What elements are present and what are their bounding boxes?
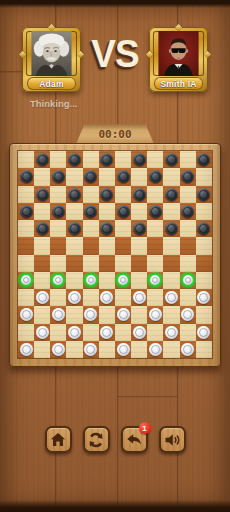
- board-cell: [66, 168, 82, 185]
- board-cell: [83, 151, 99, 168]
- white-piece[interactable]: [149, 343, 162, 356]
- board-cell[interactable]: [147, 203, 163, 220]
- board-cell[interactable]: [180, 306, 196, 323]
- white-piece[interactable]: [100, 291, 113, 304]
- board-cell: [83, 220, 99, 237]
- undo-icon: [126, 432, 142, 448]
- black-piece[interactable]: [84, 170, 97, 183]
- board-cell: [18, 324, 34, 341]
- board-cell[interactable]: [99, 220, 115, 237]
- black-piece[interactable]: [68, 153, 81, 166]
- black-piece[interactable]: [100, 153, 113, 166]
- board-cell: [180, 324, 196, 341]
- black-piece[interactable]: [165, 222, 178, 235]
- white-piece[interactable]: [84, 308, 97, 321]
- white-piece[interactable]: [84, 343, 97, 356]
- agent-smith-avatar-image: [153, 31, 204, 76]
- white-piece[interactable]: [133, 326, 146, 339]
- black-piece[interactable]: [133, 188, 146, 201]
- board-cell[interactable]: [163, 255, 179, 272]
- board-cell[interactable]: [180, 203, 196, 220]
- sound-icon: [164, 432, 180, 448]
- board-cell[interactable]: [66, 186, 82, 203]
- board-cell: [196, 272, 212, 289]
- board-cell: [147, 255, 163, 272]
- white-piece-highlighted[interactable]: [19, 273, 33, 287]
- board-cell[interactable]: [163, 151, 179, 168]
- checkers-board[interactable]: [18, 151, 212, 358]
- board-cell[interactable]: [50, 168, 66, 185]
- black-piece[interactable]: [165, 188, 178, 201]
- board-cell[interactable]: [18, 341, 34, 358]
- white-piece[interactable]: [117, 343, 130, 356]
- black-piece[interactable]: [149, 170, 162, 183]
- checkers-board-frame: [9, 143, 221, 367]
- board-cell: [115, 324, 131, 341]
- black-piece[interactable]: [181, 205, 194, 218]
- board-cell[interactable]: [66, 289, 82, 306]
- board-cell: [99, 306, 115, 323]
- black-piece[interactable]: [197, 188, 210, 201]
- board-cell: [115, 255, 131, 272]
- board-cell[interactable]: [131, 255, 147, 272]
- black-piece[interactable]: [68, 222, 81, 235]
- board-cell[interactable]: [163, 220, 179, 237]
- board-cell: [147, 186, 163, 203]
- board-cell: [34, 341, 50, 358]
- board-cell: [34, 237, 50, 254]
- white-piece[interactable]: [52, 308, 65, 321]
- board-cell[interactable]: [131, 289, 147, 306]
- board-cell[interactable]: [147, 237, 163, 254]
- white-piece-highlighted[interactable]: [148, 273, 162, 287]
- board-cell: [99, 203, 115, 220]
- sound-button[interactable]: [159, 426, 186, 453]
- white-piece[interactable]: [133, 291, 146, 304]
- board-cell[interactable]: [83, 341, 99, 358]
- frame-stud: [175, 24, 182, 31]
- restart-button[interactable]: [83, 426, 110, 453]
- board-cell[interactable]: [18, 272, 34, 289]
- board-cell[interactable]: [83, 272, 99, 289]
- frame-stud: [146, 50, 153, 57]
- thinking-status: Thinking...: [30, 98, 78, 109]
- board-cell: [83, 186, 99, 203]
- white-piece[interactable]: [181, 343, 194, 356]
- board-cell: [115, 186, 131, 203]
- restart-icon: [88, 432, 104, 448]
- board-cell: [34, 168, 50, 185]
- white-piece-highlighted[interactable]: [116, 273, 130, 287]
- board-cell: [18, 220, 34, 237]
- white-piece[interactable]: [36, 326, 49, 339]
- white-piece[interactable]: [197, 291, 210, 304]
- board-cell[interactable]: [147, 272, 163, 289]
- board-cell[interactable]: [18, 203, 34, 220]
- black-piece[interactable]: [133, 153, 146, 166]
- board-cell[interactable]: [99, 324, 115, 341]
- board-cell[interactable]: [180, 237, 196, 254]
- board-cell[interactable]: [196, 289, 212, 306]
- board-cell[interactable]: [50, 203, 66, 220]
- board-cell: [83, 324, 99, 341]
- bottom-toolbar: 1: [0, 426, 230, 453]
- board-cell: [115, 151, 131, 168]
- board-cell: [50, 324, 66, 341]
- board-cell: [147, 289, 163, 306]
- board-cell: [34, 203, 50, 220]
- top-shade: [0, 0, 230, 8]
- bottom-shade: [0, 500, 230, 512]
- home-icon: [50, 432, 66, 448]
- white-piece[interactable]: [68, 291, 81, 304]
- board-cell: [180, 220, 196, 237]
- board-cell[interactable]: [18, 237, 34, 254]
- board-cell: [66, 272, 82, 289]
- white-piece[interactable]: [165, 326, 178, 339]
- board-cell[interactable]: [163, 186, 179, 203]
- board-cell[interactable]: [180, 341, 196, 358]
- board-cell: [196, 237, 212, 254]
- board-cell[interactable]: [115, 272, 131, 289]
- board-cell: [131, 272, 147, 289]
- board-cell[interactable]: [115, 237, 131, 254]
- game-screen: Adam VS: [0, 0, 230, 512]
- board-cell: [131, 203, 147, 220]
- board-cell: [50, 289, 66, 306]
- board-cell[interactable]: [115, 168, 131, 185]
- board-cell: [83, 255, 99, 272]
- black-piece[interactable]: [149, 205, 162, 218]
- board-cell: [131, 168, 147, 185]
- board-cell: [163, 341, 179, 358]
- board-cell: [50, 255, 66, 272]
- black-piece[interactable]: [133, 222, 146, 235]
- board-cell[interactable]: [131, 151, 147, 168]
- board-cell[interactable]: [131, 324, 147, 341]
- board-cell[interactable]: [50, 272, 66, 289]
- board-cell: [34, 306, 50, 323]
- board-cell: [99, 168, 115, 185]
- black-piece[interactable]: [100, 222, 113, 235]
- board-cell: [196, 203, 212, 220]
- board-cell: [115, 289, 131, 306]
- board-cell[interactable]: [83, 306, 99, 323]
- board-cell[interactable]: [147, 306, 163, 323]
- board-cell: [196, 341, 212, 358]
- board-cell[interactable]: [66, 220, 82, 237]
- board-cell[interactable]: [196, 220, 212, 237]
- board-cell[interactable]: [131, 186, 147, 203]
- board-cell[interactable]: [147, 341, 163, 358]
- board-cell[interactable]: [34, 324, 50, 341]
- frame-stud: [48, 24, 55, 31]
- player-name-left: Adam: [39, 79, 63, 89]
- board-cell: [163, 237, 179, 254]
- board-cell[interactable]: [131, 220, 147, 237]
- undo-count-badge: 1: [139, 422, 151, 434]
- board-cell[interactable]: [83, 237, 99, 254]
- board-cell[interactable]: [50, 306, 66, 323]
- board-cell: [50, 151, 66, 168]
- board-cell: [50, 220, 66, 237]
- board-cell[interactable]: [66, 324, 82, 341]
- avatar-right: [153, 31, 204, 76]
- board-cell[interactable]: [18, 306, 34, 323]
- black-piece[interactable]: [84, 205, 97, 218]
- white-piece[interactable]: [181, 308, 194, 321]
- black-piece[interactable]: [36, 222, 49, 235]
- board-cell: [196, 168, 212, 185]
- board-cell[interactable]: [180, 272, 196, 289]
- board-cell[interactable]: [50, 341, 66, 358]
- white-piece[interactable]: [20, 308, 33, 321]
- board-cell: [66, 306, 82, 323]
- board-cell: [163, 306, 179, 323]
- board-cell[interactable]: [115, 306, 131, 323]
- black-piece[interactable]: [197, 222, 210, 235]
- black-piece[interactable]: [36, 153, 49, 166]
- board-cell: [83, 289, 99, 306]
- board-cell[interactable]: [115, 341, 131, 358]
- board-cell[interactable]: [34, 289, 50, 306]
- white-piece[interactable]: [20, 343, 33, 356]
- board-cell: [180, 255, 196, 272]
- black-piece[interactable]: [36, 188, 49, 201]
- board-cell[interactable]: [99, 151, 115, 168]
- board-cell[interactable]: [34, 151, 50, 168]
- board-cell: [18, 186, 34, 203]
- white-piece-highlighted[interactable]: [51, 273, 65, 287]
- board-cell: [18, 255, 34, 272]
- board-cell: [18, 289, 34, 306]
- board-cell[interactable]: [99, 289, 115, 306]
- timer-value: 00:00: [98, 128, 131, 141]
- timer-plaque: 00:00: [76, 124, 154, 144]
- board-cell[interactable]: [34, 255, 50, 272]
- board-cell: [131, 237, 147, 254]
- white-piece-highlighted[interactable]: [84, 273, 98, 287]
- undo-button[interactable]: 1: [121, 426, 148, 453]
- board-cell[interactable]: [115, 203, 131, 220]
- player-name-right: Smith IA: [160, 79, 196, 89]
- board-cell: [99, 272, 115, 289]
- board-cell[interactable]: [18, 168, 34, 185]
- player-name-plate-left: Adam: [27, 77, 76, 90]
- black-piece[interactable]: [165, 153, 178, 166]
- board-cell[interactable]: [180, 168, 196, 185]
- board-cell: [147, 220, 163, 237]
- board-cell[interactable]: [66, 255, 82, 272]
- board-cell: [163, 203, 179, 220]
- board-cell: [147, 324, 163, 341]
- board-cell: [180, 186, 196, 203]
- black-piece[interactable]: [181, 170, 194, 183]
- player-card-right[interactable]: Smith IA: [149, 27, 208, 92]
- board-cell: [99, 341, 115, 358]
- white-piece[interactable]: [36, 291, 49, 304]
- board-cell: [180, 151, 196, 168]
- white-piece[interactable]: [117, 308, 130, 321]
- board-cell: [66, 203, 82, 220]
- board-cell: [34, 272, 50, 289]
- black-piece[interactable]: [68, 188, 81, 201]
- white-piece[interactable]: [197, 326, 210, 339]
- wood-seam: [117, 396, 177, 398]
- board-cell: [147, 151, 163, 168]
- board-cell[interactable]: [163, 289, 179, 306]
- board-cell: [131, 306, 147, 323]
- board-cell[interactable]: [50, 237, 66, 254]
- white-piece[interactable]: [68, 326, 81, 339]
- board-cell: [18, 151, 34, 168]
- black-piece[interactable]: [52, 170, 65, 183]
- white-piece[interactable]: [100, 326, 113, 339]
- board-cell: [66, 341, 82, 358]
- board-cell: [131, 341, 147, 358]
- white-piece[interactable]: [149, 308, 162, 321]
- board-cell[interactable]: [83, 203, 99, 220]
- board-cell: [180, 289, 196, 306]
- board-cell[interactable]: [34, 220, 50, 237]
- player-name-plate-right: Smith IA: [154, 77, 203, 90]
- black-piece[interactable]: [117, 205, 130, 218]
- board-cell[interactable]: [147, 168, 163, 185]
- board-cell: [163, 168, 179, 185]
- board-cell[interactable]: [196, 324, 212, 341]
- board-cell: [99, 237, 115, 254]
- board-cell: [66, 237, 82, 254]
- board-cell[interactable]: [163, 324, 179, 341]
- board-cell: [196, 306, 212, 323]
- board-cell[interactable]: [99, 186, 115, 203]
- black-piece[interactable]: [100, 188, 113, 201]
- board-cell[interactable]: [83, 168, 99, 185]
- board-cell: [50, 186, 66, 203]
- board-cell[interactable]: [66, 151, 82, 168]
- white-piece[interactable]: [165, 291, 178, 304]
- board-cell: [163, 272, 179, 289]
- black-piece[interactable]: [20, 170, 33, 183]
- home-button[interactable]: [45, 426, 72, 453]
- black-piece[interactable]: [117, 170, 130, 183]
- board-cell[interactable]: [196, 255, 212, 272]
- black-piece[interactable]: [20, 205, 33, 218]
- board-cell[interactable]: [196, 186, 212, 203]
- white-piece[interactable]: [52, 343, 65, 356]
- board-cell[interactable]: [34, 186, 50, 203]
- black-piece[interactable]: [197, 153, 210, 166]
- black-piece[interactable]: [52, 205, 65, 218]
- board-cell: [115, 220, 131, 237]
- white-piece-highlighted[interactable]: [181, 273, 195, 287]
- board-cell[interactable]: [196, 151, 212, 168]
- board-cell[interactable]: [99, 255, 115, 272]
